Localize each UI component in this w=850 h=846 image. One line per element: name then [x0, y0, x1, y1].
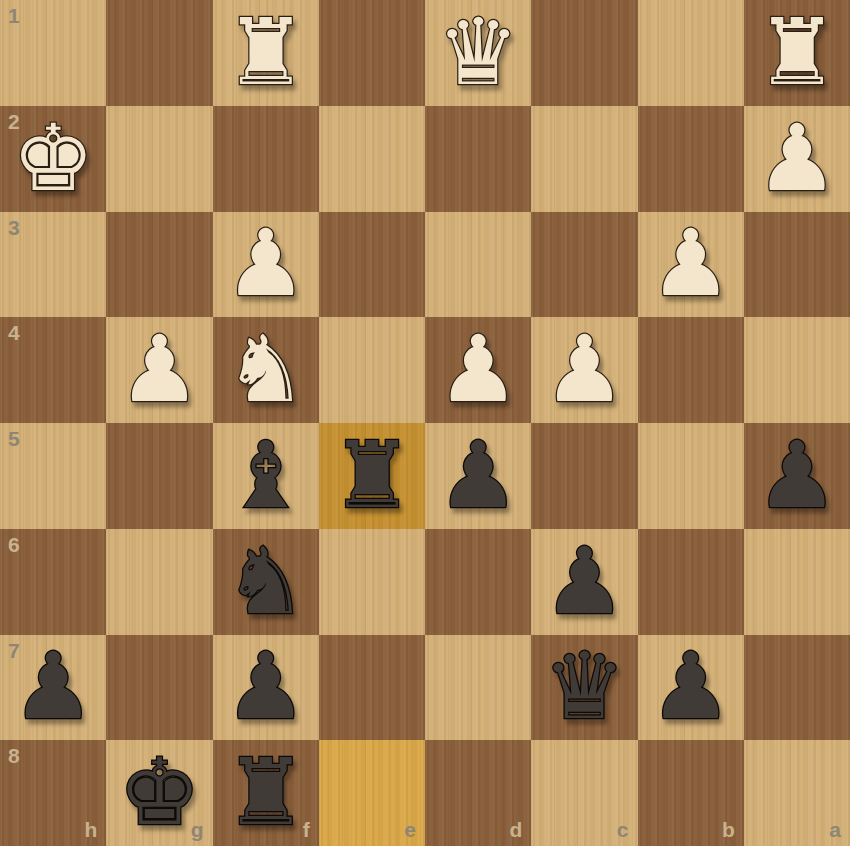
rank-label-4: 4: [8, 321, 20, 345]
file-label-a: a: [829, 818, 841, 842]
square-b4[interactable]: [638, 317, 744, 423]
square-d3[interactable]: [425, 212, 531, 318]
file-label-c: c: [617, 818, 629, 842]
square-f5[interactable]: ♝: [213, 423, 319, 529]
square-d8[interactable]: d: [425, 740, 531, 846]
square-c4[interactable]: ♟: [531, 317, 637, 423]
white-pawn-piece[interactable]: ♟: [531, 317, 637, 423]
file-label-h: h: [84, 818, 97, 842]
square-f8[interactable]: f♜: [213, 740, 319, 846]
rank-label-3: 3: [8, 216, 20, 240]
square-c5[interactable]: [531, 423, 637, 529]
rank-label-1: 1: [8, 4, 20, 28]
white-pawn-piece[interactable]: ♟: [744, 106, 850, 212]
square-h6[interactable]: 6: [0, 529, 106, 635]
square-b5[interactable]: [638, 423, 744, 529]
square-a7[interactable]: [744, 635, 850, 741]
square-f6[interactable]: ♞: [213, 529, 319, 635]
white-rook-piece[interactable]: ♜: [744, 0, 850, 106]
square-f7[interactable]: ♟: [213, 635, 319, 741]
square-h1[interactable]: 1: [0, 0, 106, 106]
square-b2[interactable]: [638, 106, 744, 212]
square-g1[interactable]: [106, 0, 212, 106]
white-pawn-piece[interactable]: ♟: [425, 317, 531, 423]
square-d4[interactable]: ♟: [425, 317, 531, 423]
white-pawn-piece[interactable]: ♟: [638, 212, 744, 318]
square-a3[interactable]: [744, 212, 850, 318]
white-king-piece[interactable]: ♚: [0, 106, 106, 212]
black-knight-piece[interactable]: ♞: [213, 529, 319, 635]
white-knight-piece[interactable]: ♞: [213, 317, 319, 423]
square-c2[interactable]: [531, 106, 637, 212]
square-e3[interactable]: [319, 212, 425, 318]
square-h7[interactable]: 7♟: [0, 635, 106, 741]
square-d1[interactable]: ♛: [425, 0, 531, 106]
square-g3[interactable]: [106, 212, 212, 318]
square-e1[interactable]: [319, 0, 425, 106]
white-pawn-piece[interactable]: ♟: [213, 212, 319, 318]
white-pawn-piece[interactable]: ♟: [106, 317, 212, 423]
square-a5[interactable]: ♟: [744, 423, 850, 529]
square-b3[interactable]: ♟: [638, 212, 744, 318]
square-b7[interactable]: ♟: [638, 635, 744, 741]
white-rook-piece[interactable]: ♜: [213, 0, 319, 106]
rank-label-8: 8: [8, 744, 20, 768]
white-queen-piece[interactable]: ♛: [425, 0, 531, 106]
square-a1[interactable]: ♜: [744, 0, 850, 106]
black-rook-piece[interactable]: ♜: [213, 740, 319, 846]
square-g4[interactable]: ♟: [106, 317, 212, 423]
square-f3[interactable]: ♟: [213, 212, 319, 318]
square-a2[interactable]: ♟: [744, 106, 850, 212]
black-king-piece[interactable]: ♚: [106, 740, 212, 846]
black-pawn-piece[interactable]: ♟: [0, 635, 106, 741]
black-pawn-piece[interactable]: ♟: [638, 635, 744, 741]
square-c1[interactable]: [531, 0, 637, 106]
square-c6[interactable]: ♟: [531, 529, 637, 635]
square-c7[interactable]: ♛: [531, 635, 637, 741]
square-f2[interactable]: [213, 106, 319, 212]
square-d5[interactable]: ♟: [425, 423, 531, 529]
square-e2[interactable]: [319, 106, 425, 212]
black-queen-piece[interactable]: ♛: [531, 635, 637, 741]
square-d7[interactable]: [425, 635, 531, 741]
square-h5[interactable]: 5: [0, 423, 106, 529]
square-d2[interactable]: [425, 106, 531, 212]
square-c3[interactable]: [531, 212, 637, 318]
square-h4[interactable]: 4: [0, 317, 106, 423]
file-label-e: e: [404, 818, 416, 842]
square-e5[interactable]: ♜: [319, 423, 425, 529]
square-e6[interactable]: [319, 529, 425, 635]
square-b8[interactable]: b: [638, 740, 744, 846]
square-e8[interactable]: e: [319, 740, 425, 846]
black-pawn-piece[interactable]: ♟: [425, 423, 531, 529]
chess-board-container: 1♜♛♜2♚♟3♟♟4♟♞♟♟5♝♜♟♟6♞♟7♟♟♛♟8hg♚f♜edcba: [0, 0, 850, 846]
square-g7[interactable]: [106, 635, 212, 741]
square-h8[interactable]: 8h: [0, 740, 106, 846]
square-a8[interactable]: a: [744, 740, 850, 846]
black-pawn-piece[interactable]: ♟: [531, 529, 637, 635]
square-h3[interactable]: 3: [0, 212, 106, 318]
square-f4[interactable]: ♞: [213, 317, 319, 423]
square-d6[interactable]: [425, 529, 531, 635]
rank-label-5: 5: [8, 427, 20, 451]
square-b6[interactable]: [638, 529, 744, 635]
square-a4[interactable]: [744, 317, 850, 423]
black-bishop-piece[interactable]: ♝: [213, 423, 319, 529]
chess-board: 1♜♛♜2♚♟3♟♟4♟♞♟♟5♝♜♟♟6♞♟7♟♟♛♟8hg♚f♜edcba: [0, 0, 850, 846]
black-pawn-piece[interactable]: ♟: [744, 423, 850, 529]
square-c8[interactable]: c: [531, 740, 637, 846]
square-h2[interactable]: 2♚: [0, 106, 106, 212]
rank-label-6: 6: [8, 533, 20, 557]
square-e7[interactable]: [319, 635, 425, 741]
square-g5[interactable]: [106, 423, 212, 529]
black-pawn-piece[interactable]: ♟: [213, 635, 319, 741]
square-b1[interactable]: [638, 0, 744, 106]
square-e4[interactable]: [319, 317, 425, 423]
file-label-d: d: [509, 818, 522, 842]
black-rook-piece[interactable]: ♜: [319, 423, 425, 529]
square-f1[interactable]: ♜: [213, 0, 319, 106]
square-a6[interactable]: [744, 529, 850, 635]
square-g2[interactable]: [106, 106, 212, 212]
file-label-b: b: [722, 818, 735, 842]
square-g8[interactable]: g♚: [106, 740, 212, 846]
square-g6[interactable]: [106, 529, 212, 635]
